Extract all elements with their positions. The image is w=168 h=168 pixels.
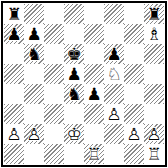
square-e3[interactable] xyxy=(84,104,104,124)
square-d6[interactable]: ♚ xyxy=(64,44,84,64)
square-d1[interactable] xyxy=(64,144,84,164)
square-c6[interactable] xyxy=(44,44,64,64)
white-rook-h1[interactable]: ♖ xyxy=(146,144,161,164)
chessboard: ♜♜♟♟♗♞♚♟♟♘♞♟♙♙♙♔♙♙♖♖ xyxy=(4,4,164,164)
square-c5[interactable] xyxy=(44,64,64,84)
black-rook-a8[interactable]: ♜ xyxy=(6,4,21,24)
square-g8[interactable] xyxy=(124,4,144,24)
square-b3[interactable] xyxy=(24,104,44,124)
square-g5[interactable] xyxy=(124,64,144,84)
square-d4[interactable]: ♞ xyxy=(64,84,84,104)
square-g2[interactable]: ♙ xyxy=(124,124,144,144)
square-h5[interactable] xyxy=(144,64,164,84)
chess-diagram: ♜♜♟♟♗♞♚♟♟♘♞♟♙♙♙♔♙♙♖♖ xyxy=(0,0,168,168)
square-a2[interactable]: ♙ xyxy=(4,124,24,144)
square-b2[interactable]: ♙ xyxy=(24,124,44,144)
square-h3[interactable] xyxy=(144,104,164,124)
square-d2[interactable]: ♔ xyxy=(64,124,84,144)
square-a8[interactable]: ♜ xyxy=(4,4,24,24)
square-e6[interactable] xyxy=(84,44,104,64)
square-f2[interactable] xyxy=(104,124,124,144)
square-h8[interactable]: ♜ xyxy=(144,4,164,24)
square-c7[interactable] xyxy=(44,24,64,44)
board-frame: ♜♜♟♟♗♞♚♟♟♘♞♟♙♙♙♔♙♙♖♖ xyxy=(1,1,167,167)
white-pawn-f3[interactable]: ♙ xyxy=(106,104,121,124)
square-g7[interactable] xyxy=(124,24,144,44)
square-e8[interactable] xyxy=(84,4,104,24)
square-b1[interactable] xyxy=(24,144,44,164)
square-b6[interactable]: ♞ xyxy=(24,44,44,64)
square-c4[interactable] xyxy=(44,84,64,104)
square-e7[interactable] xyxy=(84,24,104,44)
black-pawn-e4[interactable]: ♟ xyxy=(86,84,101,104)
square-h7[interactable]: ♗ xyxy=(144,24,164,44)
square-c3[interactable] xyxy=(44,104,64,124)
square-f6[interactable]: ♟ xyxy=(104,44,124,64)
square-f3[interactable]: ♙ xyxy=(104,104,124,124)
square-a7[interactable]: ♟ xyxy=(4,24,24,44)
black-king-d6[interactable]: ♚ xyxy=(66,44,81,64)
square-f4[interactable] xyxy=(104,84,124,104)
square-a4[interactable] xyxy=(4,84,24,104)
square-b7[interactable]: ♟ xyxy=(24,24,44,44)
square-f7[interactable] xyxy=(104,24,124,44)
white-king-d2[interactable]: ♔ xyxy=(66,124,81,144)
square-h2[interactable]: ♙ xyxy=(144,124,164,144)
square-e4[interactable]: ♟ xyxy=(84,84,104,104)
black-pawn-a7[interactable]: ♟ xyxy=(6,24,21,44)
square-g3[interactable] xyxy=(124,104,144,124)
black-knight-b6[interactable]: ♞ xyxy=(26,44,41,64)
black-pawn-f6[interactable]: ♟ xyxy=(106,44,121,64)
black-knight-d4[interactable]: ♞ xyxy=(66,84,81,104)
square-f1[interactable] xyxy=(104,144,124,164)
square-c1[interactable] xyxy=(44,144,64,164)
white-pawn-h2[interactable]: ♙ xyxy=(146,124,161,144)
square-g1[interactable] xyxy=(124,144,144,164)
black-pawn-b7[interactable]: ♟ xyxy=(26,24,41,44)
square-e1[interactable]: ♖ xyxy=(84,144,104,164)
square-d3[interactable] xyxy=(64,104,84,124)
white-rook-e1[interactable]: ♖ xyxy=(86,144,101,164)
white-pawn-a2[interactable]: ♙ xyxy=(6,124,21,144)
square-d7[interactable] xyxy=(64,24,84,44)
square-b4[interactable] xyxy=(24,84,44,104)
square-d8[interactable] xyxy=(64,4,84,24)
square-a5[interactable] xyxy=(4,64,24,84)
white-knight-f5[interactable]: ♘ xyxy=(106,64,121,84)
square-a3[interactable] xyxy=(4,104,24,124)
white-pawn-g2[interactable]: ♙ xyxy=(126,124,141,144)
square-h4[interactable] xyxy=(144,84,164,104)
square-a6[interactable] xyxy=(4,44,24,64)
white-bishop-h7[interactable]: ♗ xyxy=(146,24,161,44)
square-c8[interactable] xyxy=(44,4,64,24)
black-rook-h8[interactable]: ♜ xyxy=(146,4,161,24)
square-h1[interactable]: ♖ xyxy=(144,144,164,164)
square-e5[interactable] xyxy=(84,64,104,84)
square-f5[interactable]: ♘ xyxy=(104,64,124,84)
square-d5[interactable]: ♟ xyxy=(64,64,84,84)
square-b5[interactable] xyxy=(24,64,44,84)
square-g6[interactable] xyxy=(124,44,144,64)
square-g4[interactable] xyxy=(124,84,144,104)
square-b8[interactable] xyxy=(24,4,44,24)
white-pawn-b2[interactable]: ♙ xyxy=(26,124,41,144)
square-a1[interactable] xyxy=(4,144,24,164)
square-f8[interactable] xyxy=(104,4,124,24)
black-pawn-d5[interactable]: ♟ xyxy=(66,64,81,84)
square-c2[interactable] xyxy=(44,124,64,144)
square-e2[interactable] xyxy=(84,124,104,144)
square-h6[interactable] xyxy=(144,44,164,64)
